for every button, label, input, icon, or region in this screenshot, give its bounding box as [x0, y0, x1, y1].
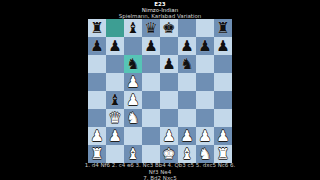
- square-g4: [196, 91, 214, 109]
- piece-black-king: ♚: [162, 19, 175, 37]
- piece-black-knight: ♞: [126, 55, 139, 73]
- piece-black-pawn: ♟: [108, 37, 121, 55]
- square-e3: [160, 109, 178, 127]
- square-b3: ♛: [106, 109, 124, 127]
- piece-white-pawn: ♟: [198, 127, 211, 145]
- square-a5: [88, 73, 106, 91]
- square-h1: ♜: [214, 145, 232, 163]
- piece-white-rook: ♜: [90, 145, 103, 163]
- square-a7: ♟: [88, 37, 106, 55]
- piece-white-pawn: ♟: [216, 127, 229, 145]
- square-d1: [142, 145, 160, 163]
- piece-white-pawn: ♟: [162, 127, 175, 145]
- square-a2: ♟: [88, 127, 106, 145]
- piece-white-queen: ♛: [108, 109, 121, 127]
- square-f7: ♟: [178, 37, 196, 55]
- square-g2: ♟: [196, 127, 214, 145]
- square-c7: [124, 37, 142, 55]
- square-h5: [214, 73, 232, 91]
- square-c4: ♟: [124, 91, 142, 109]
- piece-black-pawn: ♟: [180, 37, 193, 55]
- piece-black-queen: ♛: [144, 19, 157, 37]
- square-b6: [106, 55, 124, 73]
- piece-black-pawn: ♟: [144, 37, 157, 55]
- square-c8: ♝: [124, 19, 142, 37]
- piece-black-pawn: ♟: [90, 37, 103, 55]
- square-e4: [160, 91, 178, 109]
- square-g7: ♟: [196, 37, 214, 55]
- piece-white-pawn: ♟: [108, 127, 121, 145]
- square-b1: [106, 145, 124, 163]
- piece-black-pawn: ♟: [198, 37, 211, 55]
- piece-white-bishop: ♝: [180, 145, 193, 163]
- square-d2: [142, 127, 160, 145]
- piece-black-knight: ♞: [180, 55, 193, 73]
- piece-white-pawn: ♟: [180, 127, 193, 145]
- square-a6: [88, 55, 106, 73]
- square-c3: ♞: [124, 109, 142, 127]
- square-g3: [196, 109, 214, 127]
- piece-black-rook: ♜: [216, 19, 229, 37]
- square-h4: [214, 91, 232, 109]
- square-d7: ♟: [142, 37, 160, 55]
- square-g1: ♞: [196, 145, 214, 163]
- square-f8: [178, 19, 196, 37]
- square-f5: [178, 73, 196, 91]
- piece-white-pawn: ♟: [126, 91, 139, 109]
- piece-black-bishop: ♝: [108, 91, 121, 109]
- square-f4: [178, 91, 196, 109]
- piece-white-rook: ♜: [216, 145, 229, 163]
- square-d3: [142, 109, 160, 127]
- square-e7: [160, 37, 178, 55]
- square-b2: ♟: [106, 127, 124, 145]
- moves-line-2: 7. Bd2 Nxc5: [80, 175, 240, 180]
- square-d4: [142, 91, 160, 109]
- video-frame: E23 Nimzo-Indian Spielmann, Karlsbad Var…: [0, 0, 320, 180]
- move-list: 1. d4 Nf6 2. c4 e6 3. Nc3 Bb4 4. Qb3 c5 …: [0, 162, 320, 180]
- square-a8: ♜: [88, 19, 106, 37]
- piece-black-pawn: ♟: [216, 37, 229, 55]
- square-h7: ♟: [214, 37, 232, 55]
- square-a4: [88, 91, 106, 109]
- square-f1: ♝: [178, 145, 196, 163]
- square-b4: ♝: [106, 91, 124, 109]
- square-e1: ♚: [160, 145, 178, 163]
- piece-black-bishop: ♝: [126, 19, 139, 37]
- square-e2: ♟: [160, 127, 178, 145]
- piece-white-bishop: ♝: [126, 145, 139, 163]
- square-f2: ♟: [178, 127, 196, 145]
- square-e8: ♚: [160, 19, 178, 37]
- square-g8: [196, 19, 214, 37]
- square-d8: ♛: [142, 19, 160, 37]
- chess-board: ♜♝♛♚♜♟♟♟♟♟♟♞♟♞♟♝♟♛♞♟♟♟♟♟♟♜♝♚♝♞♜: [88, 19, 232, 163]
- piece-white-king: ♚: [162, 145, 175, 163]
- square-f6: ♞: [178, 55, 196, 73]
- square-d5: [142, 73, 160, 91]
- square-a3: [88, 109, 106, 127]
- piece-black-pawn: ♟: [162, 55, 175, 73]
- piece-white-pawn: ♟: [126, 73, 139, 91]
- square-b7: ♟: [106, 37, 124, 55]
- square-f3: [178, 109, 196, 127]
- square-h6: [214, 55, 232, 73]
- square-h3: [214, 109, 232, 127]
- square-g6: [196, 55, 214, 73]
- piece-black-rook: ♜: [90, 19, 103, 37]
- square-b5: [106, 73, 124, 91]
- square-c1: ♝: [124, 145, 142, 163]
- square-b8: [106, 19, 124, 37]
- moves-line-1: 1. d4 Nf6 2. c4 e6 3. Nc3 Bb4 4. Qb3 c5 …: [80, 162, 240, 175]
- square-e5: [160, 73, 178, 91]
- piece-white-knight: ♞: [198, 145, 211, 163]
- piece-white-pawn: ♟: [90, 127, 103, 145]
- square-d6: [142, 55, 160, 73]
- square-c6: ♞: [124, 55, 142, 73]
- square-h8: ♜: [214, 19, 232, 37]
- piece-white-knight: ♞: [126, 109, 139, 127]
- square-a1: ♜: [88, 145, 106, 163]
- square-c5: ♟: [124, 73, 142, 91]
- square-h2: ♟: [214, 127, 232, 145]
- square-c2: [124, 127, 142, 145]
- square-g5: [196, 73, 214, 91]
- square-e6: ♟: [160, 55, 178, 73]
